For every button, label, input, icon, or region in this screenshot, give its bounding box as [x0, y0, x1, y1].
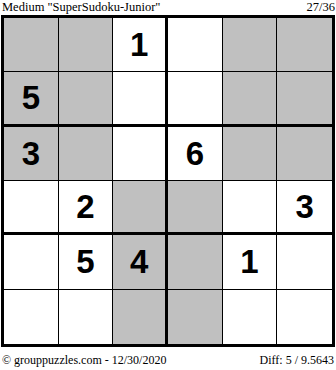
cell-r4c4-empty[interactable]	[168, 181, 223, 235]
cell-r5c4-empty[interactable]	[168, 235, 223, 289]
header: Medium "SuperSudoku-Junior" 27/36	[2, 0, 335, 14]
cell-r2c2-empty[interactable]	[59, 72, 114, 126]
cell-r1c6-empty[interactable]	[277, 18, 332, 72]
cell-r5c6-empty[interactable]	[277, 235, 332, 289]
cell-r5c5-given: 1	[223, 235, 278, 289]
cell-r6c2-empty[interactable]	[59, 290, 114, 344]
cell-r3c2-empty[interactable]	[59, 127, 114, 181]
cell-r3c1-given: 3	[4, 127, 59, 181]
cell-r2c1-given: 5	[4, 72, 59, 126]
difficulty-text: Diff: 5 / 9.5643	[260, 353, 334, 368]
cell-r2c5-empty[interactable]	[223, 72, 278, 126]
cell-r1c4-empty[interactable]	[168, 18, 223, 72]
cell-r3c5-empty[interactable]	[223, 127, 278, 181]
cell-r5c2-given: 5	[59, 235, 114, 289]
cell-r3c4-given: 6	[168, 127, 223, 181]
cell-r2c6-empty[interactable]	[277, 72, 332, 126]
cell-r4c5-empty[interactable]	[223, 181, 278, 235]
givens-count: 27/36	[307, 0, 335, 14]
cell-r4c3-empty[interactable]	[113, 181, 168, 235]
cell-r4c2-given: 2	[59, 181, 114, 235]
cell-r6c1-empty[interactable]	[4, 290, 59, 344]
cell-r3c3-empty[interactable]	[113, 127, 168, 181]
cell-r2c4-empty[interactable]	[168, 72, 223, 126]
cell-r5c3-given: 4	[113, 235, 168, 289]
footer: © grouppuzzles.com - 12/30/2020 Diff: 5 …	[2, 353, 334, 368]
cell-r1c5-empty[interactable]	[223, 18, 278, 72]
cell-r4c6-given: 3	[277, 181, 332, 235]
cell-r1c3-given: 1	[113, 18, 168, 72]
cell-r6c4-empty[interactable]	[168, 290, 223, 344]
cell-r1c2-empty[interactable]	[59, 18, 114, 72]
cell-r5c1-empty[interactable]	[4, 235, 59, 289]
cell-r1c1-empty[interactable]	[4, 18, 59, 72]
copyright-text: © grouppuzzles.com - 12/30/2020	[2, 353, 166, 368]
cell-r6c3-empty[interactable]	[113, 290, 168, 344]
cell-r6c5-empty[interactable]	[223, 290, 278, 344]
cell-r2c3-empty[interactable]	[113, 72, 168, 126]
puzzle-title: Medium "SuperSudoku-Junior"	[2, 0, 160, 14]
cell-r6c6-empty[interactable]	[277, 290, 332, 344]
cell-r4c1-empty[interactable]	[4, 181, 59, 235]
sudoku-board: 153623541	[1, 15, 335, 347]
cell-r3c6-empty[interactable]	[277, 127, 332, 181]
puzzle-page: Medium "SuperSudoku-Junior" 27/36 153623…	[0, 0, 336, 370]
